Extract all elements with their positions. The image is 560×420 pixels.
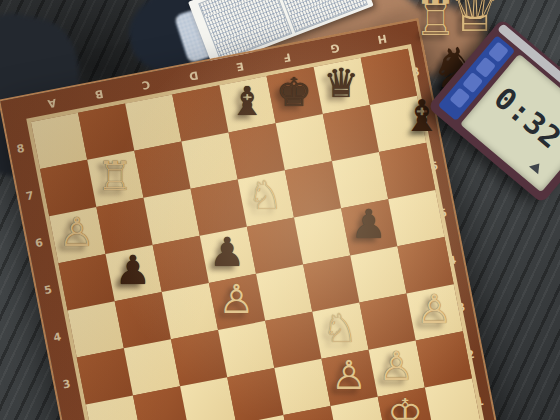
black-queen-g8: ♛ xyxy=(323,63,359,103)
file-label-g: G xyxy=(329,41,340,55)
white-king-g1: ♔ xyxy=(387,393,423,420)
rank-label-left-6: 6 xyxy=(34,236,44,250)
file-label-f: F xyxy=(282,50,292,64)
black-pawn-g5: ♟ xyxy=(351,204,387,244)
white-pawn-a6: ♙ xyxy=(59,212,95,252)
photo-canvas: ABCDEFGH 87654321 87654321 ♝♚♛♖♙♘♟♟♟♙♘♙♙… xyxy=(0,0,560,420)
black-pawn-b5: ♟ xyxy=(115,250,151,290)
clock-button xyxy=(462,72,483,93)
white-knight-e6: ♘ xyxy=(247,175,283,215)
rank-label-left-7: 7 xyxy=(25,189,35,203)
rank-label-left-8: 8 xyxy=(16,142,26,156)
rank-label-left-4: 4 xyxy=(52,330,62,344)
clock-flag-icon xyxy=(529,160,544,175)
file-label-h: H xyxy=(376,32,388,47)
black-bishop-e8: ♝ xyxy=(229,81,265,121)
clock-button xyxy=(475,57,496,78)
clock-button xyxy=(449,87,470,108)
file-label-b: B xyxy=(94,87,105,101)
file-label-a: A xyxy=(47,96,58,110)
white-pawn-d4: ♙ xyxy=(219,279,255,319)
rank-label-left-3: 3 xyxy=(62,377,72,391)
white-pawn-f2: ♙ xyxy=(331,355,367,395)
black-king-f8: ♚ xyxy=(276,72,312,112)
file-label-d: D xyxy=(188,68,199,83)
file-label-e: E xyxy=(235,59,245,73)
white-pawn-h3: ♙ xyxy=(416,289,452,329)
file-label-c: C xyxy=(141,78,151,92)
clock-button xyxy=(488,41,509,62)
clock-time: 0:32 xyxy=(488,80,560,156)
white-pawn-g2: ♙ xyxy=(378,346,414,386)
black-pawn-d5: ♟ xyxy=(209,232,245,272)
white-knight-f3: ♘ xyxy=(322,308,358,348)
rank-label-left-5: 5 xyxy=(43,283,53,297)
white-rook-b7: ♖ xyxy=(97,156,133,196)
